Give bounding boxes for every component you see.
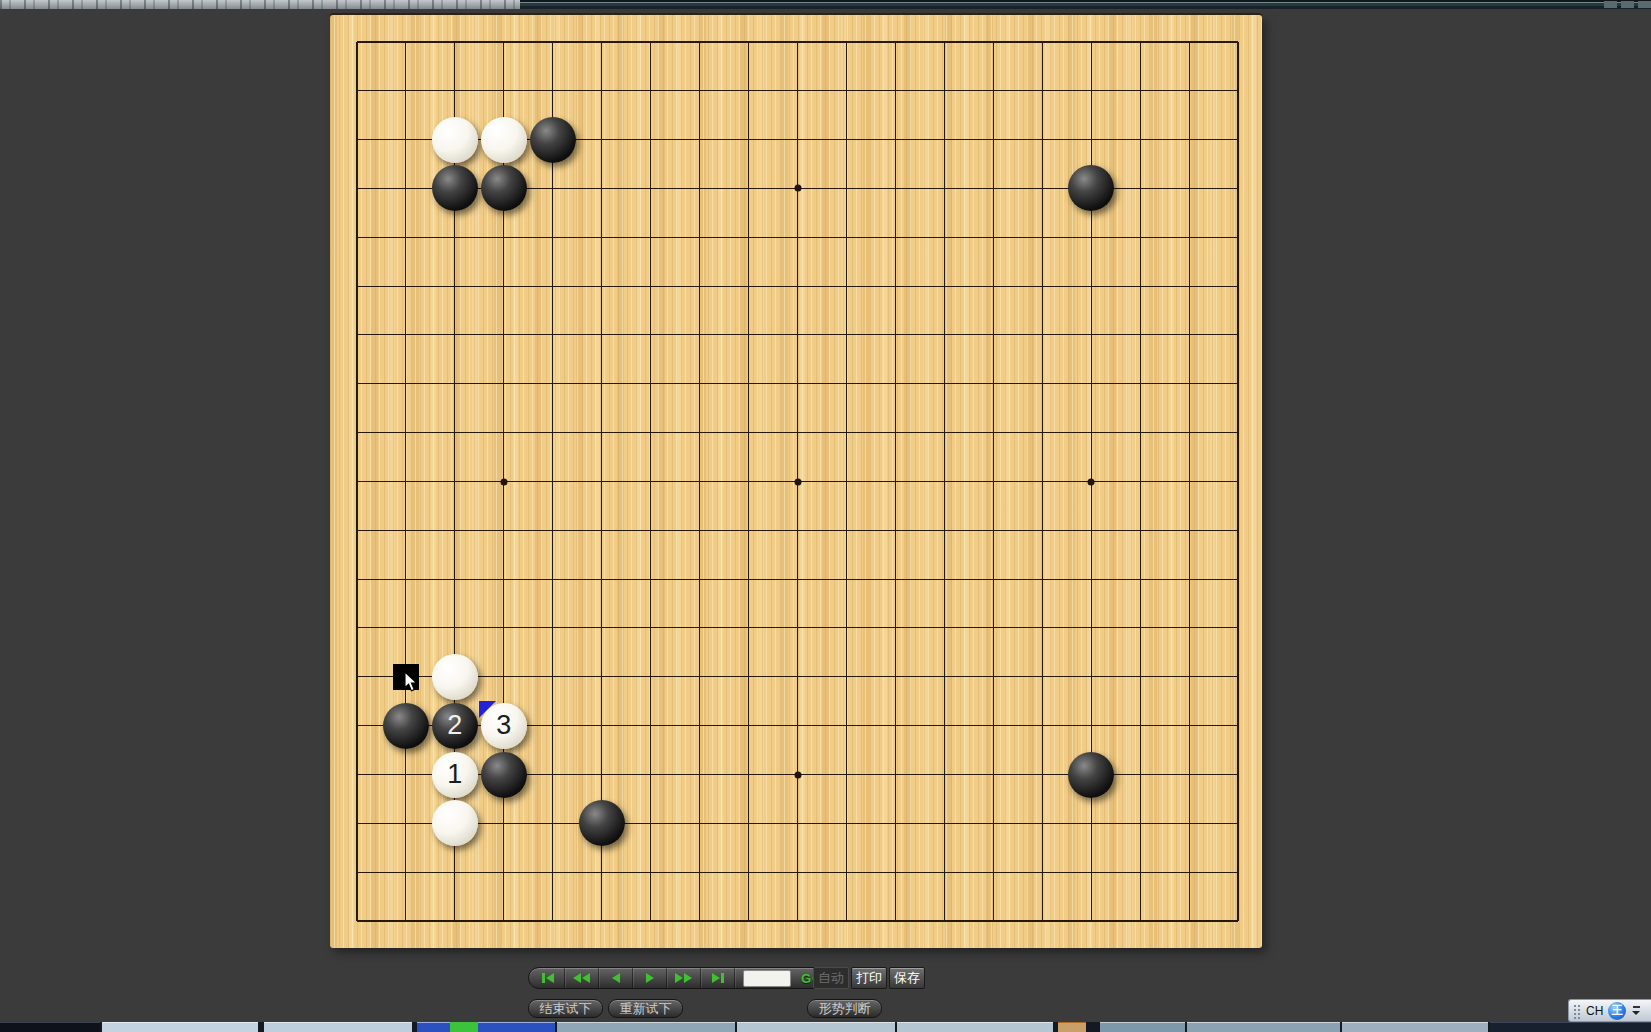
taskbar-system-tray bbox=[1490, 1022, 1651, 1032]
judge-position-button[interactable]: 形势判断 bbox=[807, 999, 882, 1018]
grid-line bbox=[1237, 42, 1239, 921]
go-board[interactable]: 231 bbox=[330, 15, 1262, 948]
double-right-arrow-icon bbox=[684, 973, 692, 983]
taskbar-item[interactable] bbox=[102, 1022, 258, 1032]
star-point bbox=[1088, 478, 1095, 485]
star-point bbox=[794, 185, 801, 192]
white-stone-C3 bbox=[432, 800, 478, 846]
nav-last-button[interactable] bbox=[701, 968, 735, 988]
nav-first-button[interactable] bbox=[531, 968, 565, 988]
right-arrow-bar-icon bbox=[721, 973, 724, 983]
end-trial-button[interactable]: 结束试下 bbox=[528, 999, 603, 1018]
taskbar bbox=[0, 1022, 1651, 1032]
white-stone-C4: 1 bbox=[432, 752, 478, 798]
star-point bbox=[794, 771, 801, 778]
grid-line bbox=[357, 823, 1238, 824]
black-stone-C5: 2 bbox=[432, 703, 478, 749]
taskbar-item bbox=[450, 1022, 478, 1032]
black-stone-C16 bbox=[432, 165, 478, 211]
right-arrow-bar-icon bbox=[712, 973, 720, 983]
grid-line bbox=[357, 530, 1238, 531]
grid-line bbox=[357, 676, 1238, 677]
black-stone-E17 bbox=[530, 117, 576, 163]
grid-line bbox=[993, 42, 994, 921]
chevron-down-icon bbox=[1632, 1011, 1640, 1015]
bar-left-arrow-icon bbox=[542, 973, 545, 983]
grid-line bbox=[1189, 42, 1190, 921]
auto-play-button[interactable]: 自动 bbox=[813, 967, 849, 989]
double-left-arrow-icon bbox=[573, 973, 581, 983]
grid-line bbox=[895, 42, 896, 921]
taskbar-item[interactable] bbox=[264, 1022, 412, 1032]
save-button[interactable]: 保存 bbox=[889, 967, 925, 989]
print-button[interactable]: 打印 bbox=[851, 967, 887, 989]
grid-line bbox=[944, 42, 945, 921]
grid-line bbox=[357, 627, 1238, 628]
nav-fast-back-button[interactable] bbox=[565, 968, 599, 988]
window-top-strip-left bbox=[0, 0, 520, 9]
black-stone-B5 bbox=[383, 703, 429, 749]
black-stone-Q16 bbox=[1068, 165, 1114, 211]
window-top-strip-right bbox=[520, 0, 1651, 9]
star-point bbox=[500, 478, 507, 485]
window-control-fragment bbox=[1638, 1, 1651, 8]
move-number-input[interactable] bbox=[743, 970, 791, 987]
nav-forward-button[interactable] bbox=[633, 968, 667, 988]
taskbar-item[interactable] bbox=[0, 1022, 100, 1032]
black-stone-Q4 bbox=[1068, 752, 1114, 798]
double-left-arrow-icon bbox=[582, 973, 590, 983]
go-board-grid: 231 bbox=[357, 42, 1238, 921]
nav-fast-forward-button[interactable] bbox=[667, 968, 701, 988]
grid-line bbox=[357, 920, 1238, 922]
taskbar-item[interactable] bbox=[1342, 1022, 1488, 1032]
white-stone-C17 bbox=[432, 117, 478, 163]
ime-icon[interactable]: 王 bbox=[1608, 1002, 1626, 1020]
taskbar-item[interactable] bbox=[1058, 1022, 1086, 1032]
restart-trial-button[interactable]: 重新试下 bbox=[608, 999, 683, 1018]
taskbar-item[interactable] bbox=[737, 1022, 895, 1032]
white-stone-D17 bbox=[481, 117, 527, 163]
language-bar-options[interactable] bbox=[1632, 1006, 1640, 1015]
black-stone-D4 bbox=[481, 752, 527, 798]
move-navigation-bar: GO bbox=[528, 967, 836, 989]
double-right-arrow-icon bbox=[675, 973, 683, 983]
triangle-marker bbox=[479, 701, 496, 718]
minimize-bar-icon bbox=[1633, 1006, 1640, 1008]
window-control-fragment bbox=[1621, 1, 1634, 8]
right-arrow-icon bbox=[646, 973, 654, 983]
taskbar-item[interactable] bbox=[557, 1022, 735, 1032]
language-indicator[interactable]: CH bbox=[1586, 1004, 1603, 1018]
left-arrow-icon bbox=[612, 973, 620, 983]
star-point bbox=[794, 478, 801, 485]
language-bar[interactable]: CH 王 bbox=[1568, 999, 1651, 1022]
black-stone-F3 bbox=[579, 800, 625, 846]
taskbar-item[interactable] bbox=[1100, 1022, 1185, 1032]
grid-line bbox=[357, 579, 1238, 580]
grid-line bbox=[357, 872, 1238, 873]
bar-left-arrow-icon bbox=[546, 973, 554, 983]
nav-back-button[interactable] bbox=[599, 968, 633, 988]
white-stone-C6 bbox=[432, 654, 478, 700]
taskbar-item[interactable] bbox=[417, 1022, 555, 1032]
grid-line bbox=[846, 42, 847, 921]
mouse-cursor-icon bbox=[404, 671, 418, 692]
grid-line bbox=[1042, 42, 1043, 921]
taskbar-item[interactable] bbox=[1187, 1022, 1340, 1032]
grid-line bbox=[1140, 42, 1141, 921]
taskbar-item[interactable] bbox=[897, 1022, 1053, 1032]
language-bar-grip[interactable] bbox=[1572, 1003, 1581, 1019]
window-control-fragment bbox=[1604, 1, 1617, 8]
black-stone-D16 bbox=[481, 165, 527, 211]
